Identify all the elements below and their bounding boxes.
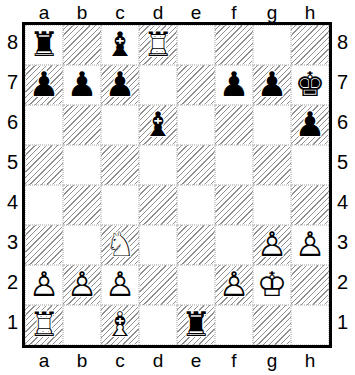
square-b2[interactable]: ♟♙ xyxy=(63,265,101,305)
white-king: ♔ xyxy=(257,267,287,301)
rank-label-left-6: 6 xyxy=(0,102,22,142)
rank-labels-left: 87654321 xyxy=(0,22,22,348)
square-h1[interactable] xyxy=(291,305,329,345)
file-labels-bottom: abcdefgh xyxy=(25,348,355,372)
square-g1[interactable] xyxy=(253,305,291,345)
white-bishop: ♗ xyxy=(105,307,135,341)
square-b3[interactable] xyxy=(63,225,101,265)
file-label-bottom-g: g xyxy=(253,351,291,370)
rank-label-left-2: 2 xyxy=(0,262,22,302)
file-label-top-e: e xyxy=(177,3,215,22)
file-label-top-h: h xyxy=(291,3,329,22)
file-labels-top: abcdefgh xyxy=(25,2,355,22)
black-pawn: ♟ xyxy=(29,67,59,101)
rank-label-left-1: 1 xyxy=(0,302,22,342)
white-pawn: ♙ xyxy=(67,267,97,301)
square-d2[interactable] xyxy=(139,265,177,305)
rank-label-right-5: 5 xyxy=(332,142,355,182)
square-d4[interactable] xyxy=(139,185,177,225)
white-pawn: ♙ xyxy=(295,227,325,261)
black-pawn: ♟ xyxy=(67,67,97,101)
square-c2[interactable]: ♟♙ xyxy=(101,265,139,305)
square-a7[interactable]: ♟ xyxy=(25,65,63,105)
square-c6[interactable] xyxy=(101,105,139,145)
square-b7[interactable]: ♟ xyxy=(63,65,101,105)
square-f2[interactable]: ♟♙ xyxy=(215,265,253,305)
file-label-bottom-d: d xyxy=(139,351,177,370)
black-king: ♚ xyxy=(295,67,325,101)
rank-label-right-4: 4 xyxy=(332,182,355,222)
white-pawn: ♙ xyxy=(29,267,59,301)
square-b5[interactable] xyxy=(63,145,101,185)
file-label-bottom-h: h xyxy=(291,351,329,370)
rank-labels-right: 87654321 xyxy=(332,22,355,348)
file-label-top-f: f xyxy=(215,3,253,22)
square-h2[interactable] xyxy=(291,265,329,305)
square-f4[interactable] xyxy=(215,185,253,225)
square-e4[interactable] xyxy=(177,185,215,225)
square-a3[interactable] xyxy=(25,225,63,265)
square-h3[interactable]: ♟♙ xyxy=(291,225,329,265)
rank-label-left-4: 4 xyxy=(0,182,22,222)
square-b6[interactable] xyxy=(63,105,101,145)
square-c5[interactable] xyxy=(101,145,139,185)
rank-label-left-8: 8 xyxy=(0,22,22,62)
square-h7[interactable]: ♚ xyxy=(291,65,329,105)
square-f8[interactable] xyxy=(215,25,253,65)
black-bishop: ♝ xyxy=(143,107,173,141)
file-label-bottom-e: e xyxy=(177,351,215,370)
square-e3[interactable] xyxy=(177,225,215,265)
square-c4[interactable] xyxy=(101,185,139,225)
rank-label-left-3: 3 xyxy=(0,222,22,262)
white-pawn: ♙ xyxy=(105,267,135,301)
rank-label-right-2: 2 xyxy=(332,262,355,302)
black-rook: ♜ xyxy=(181,307,211,341)
square-e5[interactable] xyxy=(177,145,215,185)
square-b1[interactable] xyxy=(63,305,101,345)
file-label-bottom-c: c xyxy=(101,351,139,370)
black-rook: ♜ xyxy=(29,27,59,61)
black-bishop: ♝ xyxy=(105,27,135,61)
file-label-bottom-a: a xyxy=(25,351,63,370)
square-h8[interactable] xyxy=(291,25,329,65)
square-a6[interactable] xyxy=(25,105,63,145)
square-c8[interactable]: ♝ xyxy=(101,25,139,65)
white-pawn: ♙ xyxy=(219,267,249,301)
black-pawn: ♟ xyxy=(219,67,249,101)
square-g8[interactable] xyxy=(253,25,291,65)
file-label-top-c: c xyxy=(101,3,139,22)
square-d7[interactable] xyxy=(139,65,177,105)
rank-label-left-5: 5 xyxy=(0,142,22,182)
square-d6[interactable]: ♝ xyxy=(139,105,177,145)
square-g4[interactable] xyxy=(253,185,291,225)
square-d3[interactable] xyxy=(139,225,177,265)
black-pawn: ♟ xyxy=(295,107,325,141)
square-g6[interactable] xyxy=(253,105,291,145)
square-c7[interactable]: ♟ xyxy=(101,65,139,105)
file-label-top-d: d xyxy=(139,3,177,22)
white-rook: ♖ xyxy=(29,307,59,341)
square-e7[interactable] xyxy=(177,65,215,105)
square-c3[interactable]: ♞♘ xyxy=(101,225,139,265)
square-e6[interactable] xyxy=(177,105,215,145)
file-label-bottom-f: f xyxy=(215,351,253,370)
square-g7[interactable]: ♟ xyxy=(253,65,291,105)
square-b8[interactable] xyxy=(63,25,101,65)
white-knight: ♘ xyxy=(105,227,135,261)
file-label-top-g: g xyxy=(253,3,291,22)
rank-label-right-1: 1 xyxy=(332,302,355,342)
square-e1[interactable]: ♜ xyxy=(177,305,215,345)
black-pawn: ♟ xyxy=(257,67,287,101)
square-e8[interactable] xyxy=(177,25,215,65)
square-f7[interactable]: ♟ xyxy=(215,65,253,105)
rank-label-right-7: 7 xyxy=(332,62,355,102)
square-d1[interactable] xyxy=(139,305,177,345)
black-pawn: ♟ xyxy=(105,67,135,101)
rank-label-left-7: 7 xyxy=(0,62,22,102)
square-h6[interactable]: ♟ xyxy=(291,105,329,145)
square-a2[interactable]: ♟♙ xyxy=(25,265,63,305)
square-f1[interactable] xyxy=(215,305,253,345)
rank-label-right-6: 6 xyxy=(332,102,355,142)
square-a8[interactable]: ♜ xyxy=(25,25,63,65)
square-h4[interactable] xyxy=(291,185,329,225)
rank-label-right-8: 8 xyxy=(332,22,355,62)
square-a1[interactable]: ♜♖ xyxy=(25,305,63,345)
square-g5[interactable] xyxy=(253,145,291,185)
square-d5[interactable] xyxy=(139,145,177,185)
square-f6[interactable] xyxy=(215,105,253,145)
file-label-top-a: a xyxy=(25,3,63,22)
chess-board: ♜♝♜♖♟♟♟♟♟♚♝♟♞♘♟♙♟♙♟♙♟♙♟♙♟♙♚♔♜♖♝♗♜ xyxy=(22,22,332,348)
square-e2[interactable] xyxy=(177,265,215,305)
rank-label-right-3: 3 xyxy=(332,222,355,262)
square-h5[interactable] xyxy=(291,145,329,185)
square-a4[interactable] xyxy=(25,185,63,225)
square-c1[interactable]: ♝♗ xyxy=(101,305,139,345)
square-a5[interactable] xyxy=(25,145,63,185)
square-f3[interactable] xyxy=(215,225,253,265)
white-rook: ♖ xyxy=(143,27,173,61)
file-label-top-b: b xyxy=(63,3,101,22)
square-g2[interactable]: ♚♔ xyxy=(253,265,291,305)
square-f5[interactable] xyxy=(215,145,253,185)
chess-diagram: abcdefgh 87654321 ♜♝♜♖♟♟♟♟♟♚♝♟♞♘♟♙♟♙♟♙♟♙… xyxy=(0,0,355,375)
square-b4[interactable] xyxy=(63,185,101,225)
square-g3[interactable]: ♟♙ xyxy=(253,225,291,265)
square-d8[interactable]: ♜♖ xyxy=(139,25,177,65)
white-pawn: ♙ xyxy=(257,227,287,261)
file-label-bottom-b: b xyxy=(63,351,101,370)
